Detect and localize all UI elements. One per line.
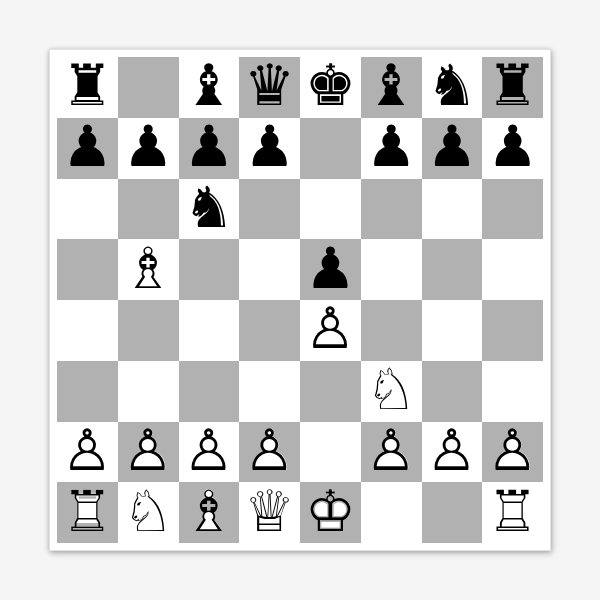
white-piece-outline-layer: ♙	[183, 422, 234, 479]
black-piece-glyph: ♟	[183, 118, 234, 175]
black-rook-piece: ♜	[57, 57, 118, 118]
square-a1[interactable]: ♜♖	[57, 482, 118, 543]
square-h8[interactable]: ♜	[482, 57, 543, 118]
square-h5[interactable]	[482, 239, 543, 300]
white-piece-outline-layer: ♘	[123, 483, 174, 540]
square-d4[interactable]	[239, 300, 300, 361]
square-c4[interactable]	[179, 300, 240, 361]
square-b1[interactable]: ♞♘	[118, 482, 179, 543]
white-bishop-piece: ♝♗	[118, 239, 179, 300]
black-king-piece: ♚	[300, 57, 361, 118]
white-piece-outline-layer: ♗	[183, 483, 234, 540]
black-piece-glyph: ♝	[366, 58, 417, 115]
black-pawn-piece: ♟	[300, 239, 361, 300]
black-pawn-piece: ♟	[361, 118, 422, 179]
black-piece-glyph: ♜	[62, 58, 113, 115]
white-piece-outline-layer: ♖	[487, 483, 538, 540]
black-bishop-piece: ♝	[179, 57, 240, 118]
square-e5[interactable]: ♟	[300, 239, 361, 300]
white-bishop-piece: ♝♗	[179, 482, 240, 543]
chessboard: ♜♝♛♚♝♞♜♟♟♟♟♟♟♟♞♝♗♟♟♙♞♘♟♙♟♙♟♙♟♙♟♙♟♙♟♙♜♖♞♘…	[57, 57, 543, 543]
square-b5[interactable]: ♝♗	[118, 239, 179, 300]
black-bishop-piece: ♝	[361, 57, 422, 118]
square-g8[interactable]: ♞	[422, 57, 483, 118]
square-b8[interactable]	[118, 57, 179, 118]
square-g7[interactable]: ♟	[422, 118, 483, 179]
square-c2[interactable]: ♟♙	[179, 422, 240, 483]
square-b7[interactable]: ♟	[118, 118, 179, 179]
white-pawn-piece: ♟♙	[118, 422, 179, 483]
white-piece-outline-layer: ♙	[305, 301, 356, 358]
square-d5[interactable]	[239, 239, 300, 300]
square-g1[interactable]	[422, 482, 483, 543]
square-b3[interactable]	[118, 361, 179, 422]
square-c5[interactable]	[179, 239, 240, 300]
square-a7[interactable]: ♟	[57, 118, 118, 179]
black-piece-glyph: ♝	[183, 58, 234, 115]
black-piece-glyph: ♛	[244, 58, 295, 115]
black-queen-piece: ♛	[239, 57, 300, 118]
chessboard-frame: ♜♝♛♚♝♞♜♟♟♟♟♟♟♟♞♝♗♟♟♙♞♘♟♙♟♙♟♙♟♙♟♙♟♙♟♙♜♖♞♘…	[49, 49, 551, 551]
square-d2[interactable]: ♟♙	[239, 422, 300, 483]
square-f7[interactable]: ♟	[361, 118, 422, 179]
black-piece-glyph: ♟	[366, 118, 417, 175]
black-knight-piece: ♞	[422, 57, 483, 118]
square-c3[interactable]	[179, 361, 240, 422]
black-pawn-piece: ♟	[239, 118, 300, 179]
black-pawn-piece: ♟	[482, 118, 543, 179]
square-e4[interactable]: ♟♙	[300, 300, 361, 361]
black-piece-glyph: ♚	[305, 58, 356, 115]
square-h1[interactable]: ♜♖	[482, 482, 543, 543]
white-piece-outline-layer: ♗	[123, 240, 174, 297]
square-c8[interactable]: ♝	[179, 57, 240, 118]
white-pawn-piece: ♟♙	[482, 422, 543, 483]
white-knight-piece: ♞♘	[118, 482, 179, 543]
square-h2[interactable]: ♟♙	[482, 422, 543, 483]
square-f3[interactable]: ♞♘	[361, 361, 422, 422]
square-a6[interactable]	[57, 179, 118, 240]
white-piece-outline-layer: ♙	[366, 422, 417, 479]
square-e8[interactable]: ♚	[300, 57, 361, 118]
black-piece-glyph: ♞	[426, 58, 477, 115]
white-rook-piece: ♜♖	[482, 482, 543, 543]
square-a5[interactable]	[57, 239, 118, 300]
square-f2[interactable]: ♟♙	[361, 422, 422, 483]
square-b2[interactable]: ♟♙	[118, 422, 179, 483]
black-pawn-piece: ♟	[422, 118, 483, 179]
white-piece-outline-layer: ♘	[366, 361, 417, 418]
white-pawn-piece: ♟♙	[239, 422, 300, 483]
white-piece-outline-layer: ♙	[123, 422, 174, 479]
square-c7[interactable]: ♟	[179, 118, 240, 179]
white-king-piece: ♚♔	[300, 482, 361, 543]
square-g3[interactable]	[422, 361, 483, 422]
black-piece-glyph: ♟	[487, 118, 538, 175]
page-background: ♜♝♛♚♝♞♜♟♟♟♟♟♟♟♞♝♗♟♟♙♞♘♟♙♟♙♟♙♟♙♟♙♟♙♟♙♜♖♞♘…	[0, 0, 600, 600]
square-e1[interactable]: ♚♔	[300, 482, 361, 543]
white-piece-outline-layer: ♕	[244, 483, 295, 540]
square-f5[interactable]	[361, 239, 422, 300]
square-d8[interactable]: ♛	[239, 57, 300, 118]
white-piece-outline-layer: ♖	[62, 483, 113, 540]
black-pawn-piece: ♟	[57, 118, 118, 179]
square-c6[interactable]: ♞	[179, 179, 240, 240]
black-piece-glyph: ♜	[487, 58, 538, 115]
square-f1[interactable]	[361, 482, 422, 543]
white-piece-outline-layer: ♙	[244, 422, 295, 479]
square-b4[interactable]	[118, 300, 179, 361]
square-f4[interactable]	[361, 300, 422, 361]
black-pawn-piece: ♟	[118, 118, 179, 179]
square-g6[interactable]	[422, 179, 483, 240]
square-a8[interactable]: ♜	[57, 57, 118, 118]
square-c1[interactable]: ♝♗	[179, 482, 240, 543]
square-e3[interactable]	[300, 361, 361, 422]
square-d6[interactable]	[239, 179, 300, 240]
square-g2[interactable]: ♟♙	[422, 422, 483, 483]
white-piece-outline-layer: ♙	[426, 422, 477, 479]
white-piece-outline-layer: ♔	[305, 483, 356, 540]
square-d7[interactable]: ♟	[239, 118, 300, 179]
black-piece-glyph: ♟	[305, 240, 356, 297]
white-queen-piece: ♛♕	[239, 482, 300, 543]
white-piece-outline-layer: ♙	[62, 422, 113, 479]
square-h6[interactable]	[482, 179, 543, 240]
white-pawn-piece: ♟♙	[179, 422, 240, 483]
black-piece-glyph: ♞	[183, 179, 234, 236]
white-piece-outline-layer: ♙	[487, 422, 538, 479]
black-pawn-piece: ♟	[179, 118, 240, 179]
black-piece-glyph: ♟	[244, 118, 295, 175]
square-g5[interactable]	[422, 239, 483, 300]
black-piece-glyph: ♟	[123, 118, 174, 175]
white-rook-piece: ♜♖	[57, 482, 118, 543]
square-e7[interactable]	[300, 118, 361, 179]
white-pawn-piece: ♟♙	[361, 422, 422, 483]
white-pawn-piece: ♟♙	[422, 422, 483, 483]
square-d1[interactable]: ♛♕	[239, 482, 300, 543]
square-d3[interactable]	[239, 361, 300, 422]
black-piece-glyph: ♟	[62, 118, 113, 175]
square-b6[interactable]	[118, 179, 179, 240]
square-h7[interactable]: ♟	[482, 118, 543, 179]
square-h3[interactable]	[482, 361, 543, 422]
black-piece-glyph: ♟	[426, 118, 477, 175]
white-knight-piece: ♞♘	[361, 361, 422, 422]
black-rook-piece: ♜	[482, 57, 543, 118]
square-a2[interactable]: ♟♙	[57, 422, 118, 483]
square-h4[interactable]	[482, 300, 543, 361]
square-e2[interactable]	[300, 422, 361, 483]
square-f6[interactable]	[361, 179, 422, 240]
square-g4[interactable]	[422, 300, 483, 361]
square-a3[interactable]	[57, 361, 118, 422]
square-a4[interactable]	[57, 300, 118, 361]
square-f8[interactable]: ♝	[361, 57, 422, 118]
white-pawn-piece: ♟♙	[57, 422, 118, 483]
black-knight-piece: ♞	[179, 179, 240, 240]
square-e6[interactable]	[300, 179, 361, 240]
white-pawn-piece: ♟♙	[300, 300, 361, 361]
